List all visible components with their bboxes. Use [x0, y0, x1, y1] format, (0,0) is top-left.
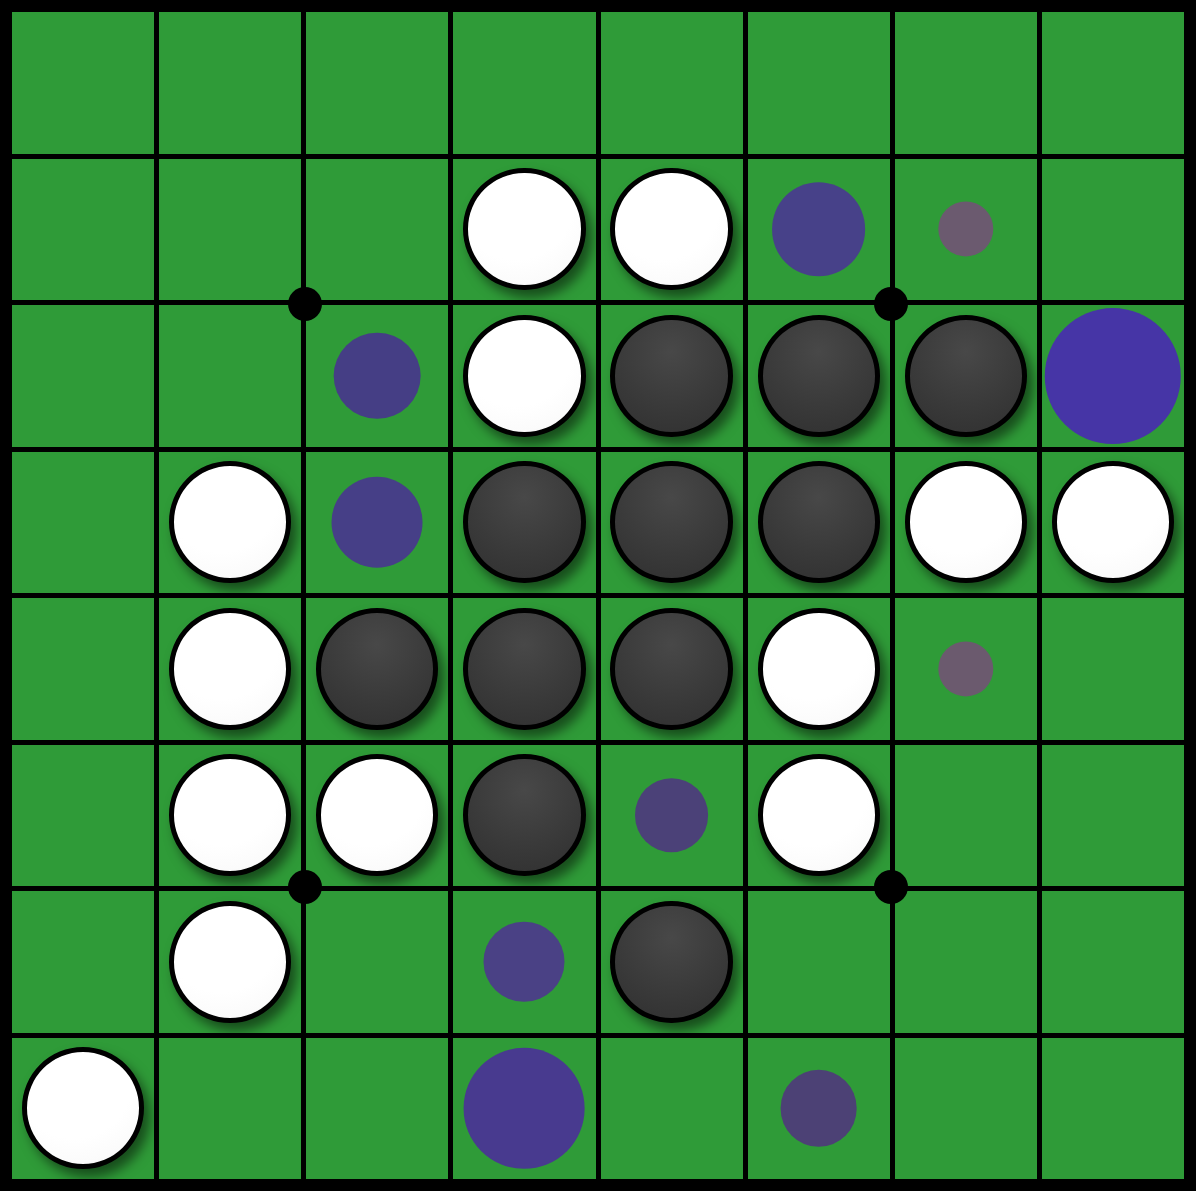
cell-h5[interactable]: [1042, 598, 1184, 740]
cell-f3[interactable]: [748, 305, 890, 447]
cell-d1[interactable]: [453, 12, 595, 154]
cell-f4[interactable]: [748, 452, 890, 594]
cell-c1[interactable]: [306, 12, 448, 154]
cell-h2[interactable]: [1042, 159, 1184, 301]
black-disc-c5: [316, 608, 438, 730]
cell-g6[interactable]: [895, 745, 1037, 887]
black-disc-f4: [758, 461, 880, 583]
move-hint-d8[interactable]: [464, 1048, 585, 1168]
white-disc-b4: [169, 461, 291, 583]
cell-f2[interactable]: [748, 159, 890, 301]
cell-h4[interactable]: [1042, 452, 1184, 594]
move-hint-c3[interactable]: [334, 333, 421, 419]
cell-e2[interactable]: [601, 159, 743, 301]
cell-c7[interactable]: [306, 891, 448, 1033]
black-disc-e4: [610, 461, 732, 583]
cell-c5[interactable]: [306, 598, 448, 740]
cell-e4[interactable]: [601, 452, 743, 594]
cell-f8[interactable]: [748, 1038, 890, 1180]
cell-a5[interactable]: [12, 598, 154, 740]
white-disc-d3: [463, 315, 585, 437]
cell-c4[interactable]: [306, 452, 448, 594]
move-hint-e6[interactable]: [635, 778, 709, 852]
cell-d2[interactable]: [453, 159, 595, 301]
cell-g8[interactable]: [895, 1038, 1037, 1180]
black-disc-e5: [610, 608, 732, 730]
cell-b2[interactable]: [159, 159, 301, 301]
move-hint-f8[interactable]: [780, 1070, 857, 1146]
cell-e1[interactable]: [601, 12, 743, 154]
star-point-icon: [874, 287, 908, 321]
white-disc-b5: [169, 608, 291, 730]
black-disc-d6: [463, 754, 585, 876]
move-hint-f2[interactable]: [772, 183, 866, 276]
cell-g3[interactable]: [895, 305, 1037, 447]
cell-c8[interactable]: [306, 1038, 448, 1180]
cell-b5[interactable]: [159, 598, 301, 740]
move-hint-g5[interactable]: [938, 641, 993, 696]
cell-c6[interactable]: [306, 745, 448, 887]
cell-a6[interactable]: [12, 745, 154, 887]
cell-h6[interactable]: [1042, 745, 1184, 887]
cell-h3[interactable]: [1042, 305, 1184, 447]
cell-f6[interactable]: [748, 745, 890, 887]
cell-f7[interactable]: [748, 891, 890, 1033]
star-point-icon: [288, 870, 322, 904]
cell-e3[interactable]: [601, 305, 743, 447]
cell-a1[interactable]: [12, 12, 154, 154]
cell-d3[interactable]: [453, 305, 595, 447]
cell-e7[interactable]: [601, 891, 743, 1033]
cell-b7[interactable]: [159, 891, 301, 1033]
cell-b1[interactable]: [159, 12, 301, 154]
white-disc-f6: [758, 754, 880, 876]
white-disc-h4: [1052, 461, 1174, 583]
cell-b8[interactable]: [159, 1038, 301, 1180]
white-disc-d2: [463, 168, 585, 290]
cell-f5[interactable]: [748, 598, 890, 740]
star-point-icon: [874, 870, 908, 904]
othello-board: [0, 0, 1196, 1191]
black-disc-f3: [758, 315, 880, 437]
move-hint-d7[interactable]: [484, 921, 565, 1002]
move-hint-c4[interactable]: [332, 477, 423, 568]
cell-e8[interactable]: [601, 1038, 743, 1180]
cell-e5[interactable]: [601, 598, 743, 740]
white-disc-e2: [610, 168, 732, 290]
cell-g5[interactable]: [895, 598, 1037, 740]
cell-b6[interactable]: [159, 745, 301, 887]
white-disc-f5: [758, 608, 880, 730]
black-disc-e7: [610, 901, 732, 1023]
black-disc-g3: [905, 315, 1027, 437]
cell-g7[interactable]: [895, 891, 1037, 1033]
white-disc-c6: [316, 754, 438, 876]
black-disc-d4: [463, 461, 585, 583]
cell-a7[interactable]: [12, 891, 154, 1033]
cell-d8[interactable]: [453, 1038, 595, 1180]
cell-a4[interactable]: [12, 452, 154, 594]
cell-a2[interactable]: [12, 159, 154, 301]
black-disc-e3: [610, 315, 732, 437]
board-grid: [12, 12, 1184, 1179]
cell-g2[interactable]: [895, 159, 1037, 301]
white-disc-a8: [22, 1047, 144, 1169]
cell-a8[interactable]: [12, 1038, 154, 1180]
cell-h8[interactable]: [1042, 1038, 1184, 1180]
white-disc-g4: [905, 461, 1027, 583]
cell-b3[interactable]: [159, 305, 301, 447]
cell-c2[interactable]: [306, 159, 448, 301]
cell-g4[interactable]: [895, 452, 1037, 594]
cell-b4[interactable]: [159, 452, 301, 594]
cell-e6[interactable]: [601, 745, 743, 887]
black-disc-d5: [463, 608, 585, 730]
cell-d7[interactable]: [453, 891, 595, 1033]
move-hint-h3[interactable]: [1045, 308, 1181, 444]
white-disc-b6: [169, 754, 291, 876]
white-disc-b7: [169, 901, 291, 1023]
move-hint-g2[interactable]: [938, 202, 993, 257]
cell-g1[interactable]: [895, 12, 1037, 154]
cell-c3[interactable]: [306, 305, 448, 447]
cell-h7[interactable]: [1042, 891, 1184, 1033]
star-point-icon: [288, 287, 322, 321]
cell-d5[interactable]: [453, 598, 595, 740]
cell-d4[interactable]: [453, 452, 595, 594]
cell-f1[interactable]: [748, 12, 890, 154]
cell-d6[interactable]: [453, 745, 595, 887]
cell-h1[interactable]: [1042, 12, 1184, 154]
cell-a3[interactable]: [12, 305, 154, 447]
